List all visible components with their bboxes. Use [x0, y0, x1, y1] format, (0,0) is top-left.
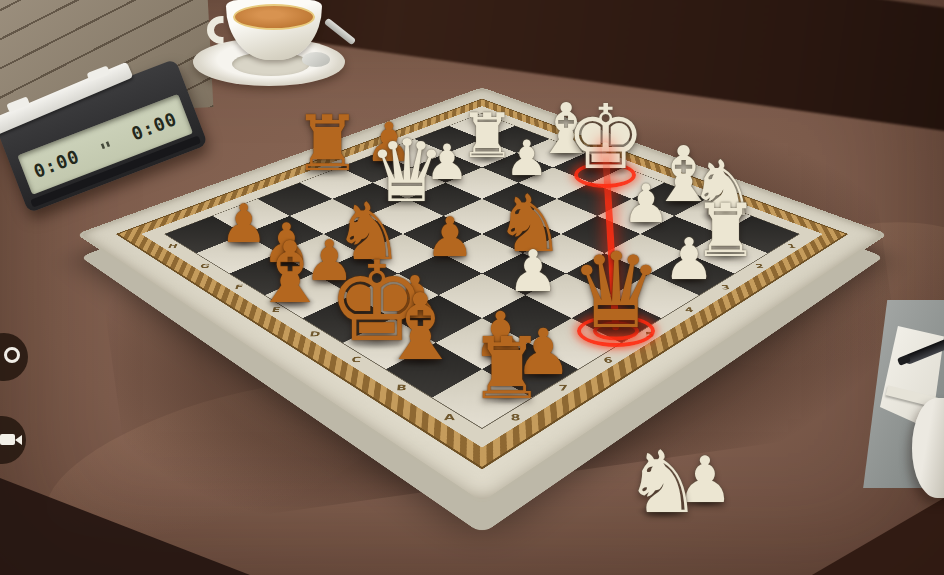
- table-corner-shadow: [812, 498, 944, 575]
- record-ring-icon: [4, 347, 20, 363]
- clock-time-right: 0:00: [128, 107, 180, 144]
- tea-surface: [233, 4, 315, 30]
- piece-brown-bishop-f8[interactable]: ♝: [252, 230, 328, 315]
- piece-brown-rook-a8[interactable]: ♜: [469, 326, 545, 411]
- piece-white-pawn-f2[interactable]: ♟: [505, 134, 549, 183]
- video-camera-lens-icon: [15, 435, 22, 445]
- spoon-icon: [302, 52, 330, 67]
- clock-time-left: 0:00: [31, 145, 83, 182]
- clock-center-indicator: ▮▮: [98, 138, 112, 151]
- piece-brown-rook-captured[interactable]: ♜: [293, 106, 361, 182]
- video-record-button[interactable]: [0, 416, 26, 464]
- piece-brown-bishop-c8[interactable]: ♝: [379, 282, 461, 374]
- piece-brown-pawn-e5[interactable]: ♟: [425, 210, 474, 265]
- camera-ring-button[interactable]: [0, 333, 28, 381]
- game-scene: ABCDEFGH87654321 ♜♝♚♝♟♟♟♟♟♟♞♛♟♟♞♛♟♟♜♟♟♜♞…: [0, 0, 944, 575]
- piece-white-pawn-c5[interactable]: ♟: [507, 243, 559, 301]
- piece-white-pawn-a3[interactable]: ♟: [663, 231, 715, 289]
- piece-white-knight-captured[interactable]: ♞: [624, 439, 701, 525]
- piece-brown-queen-a5[interactable]: ♛: [570, 239, 663, 343]
- video-camera-icon: [0, 434, 15, 445]
- piece-white-pawn-c2[interactable]: ♟: [622, 179, 670, 232]
